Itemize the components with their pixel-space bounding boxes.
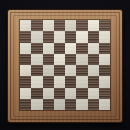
- square-d4[interactable]: [54, 65, 65, 76]
- square-f7[interactable]: [76, 31, 87, 42]
- square-b6[interactable]: [31, 43, 42, 54]
- square-c7[interactable]: [43, 31, 54, 42]
- chess-board: [8, 10, 122, 122]
- square-a8[interactable]: [20, 20, 31, 31]
- square-f2[interactable]: [76, 88, 87, 99]
- square-b5[interactable]: [31, 54, 42, 65]
- square-c8[interactable]: [43, 20, 54, 31]
- square-e4[interactable]: [65, 65, 76, 76]
- square-d7[interactable]: [54, 31, 65, 42]
- square-h5[interactable]: [99, 54, 110, 65]
- square-d6[interactable]: [54, 43, 65, 54]
- square-a2[interactable]: [20, 88, 31, 99]
- square-e7[interactable]: [65, 31, 76, 42]
- square-g6[interactable]: [88, 43, 99, 54]
- square-g3[interactable]: [88, 76, 99, 87]
- square-a6[interactable]: [20, 43, 31, 54]
- square-c2[interactable]: [43, 88, 54, 99]
- square-d1[interactable]: [54, 99, 65, 110]
- square-a1[interactable]: [20, 99, 31, 110]
- square-f1[interactable]: [76, 99, 87, 110]
- square-a3[interactable]: [20, 76, 31, 87]
- square-g8[interactable]: [88, 20, 99, 31]
- square-e8[interactable]: [65, 20, 76, 31]
- square-b1[interactable]: [31, 99, 42, 110]
- square-b7[interactable]: [31, 31, 42, 42]
- board-grid: [20, 20, 110, 110]
- square-f5[interactable]: [76, 54, 87, 65]
- square-d2[interactable]: [54, 88, 65, 99]
- square-c5[interactable]: [43, 54, 54, 65]
- square-a4[interactable]: [20, 65, 31, 76]
- square-g2[interactable]: [88, 88, 99, 99]
- square-d5[interactable]: [54, 54, 65, 65]
- square-b8[interactable]: [31, 20, 42, 31]
- square-e2[interactable]: [65, 88, 76, 99]
- square-b3[interactable]: [31, 76, 42, 87]
- photo-background: [0, 0, 130, 130]
- square-h6[interactable]: [99, 43, 110, 54]
- square-h1[interactable]: [99, 99, 110, 110]
- square-h8[interactable]: [99, 20, 110, 31]
- square-f4[interactable]: [76, 65, 87, 76]
- square-h7[interactable]: [99, 31, 110, 42]
- square-e5[interactable]: [65, 54, 76, 65]
- square-d8[interactable]: [54, 20, 65, 31]
- square-g5[interactable]: [88, 54, 99, 65]
- square-b4[interactable]: [31, 65, 42, 76]
- square-e1[interactable]: [65, 99, 76, 110]
- square-a5[interactable]: [20, 54, 31, 65]
- square-g1[interactable]: [88, 99, 99, 110]
- square-e6[interactable]: [65, 43, 76, 54]
- square-c4[interactable]: [43, 65, 54, 76]
- square-b2[interactable]: [31, 88, 42, 99]
- square-e3[interactable]: [65, 76, 76, 87]
- square-c6[interactable]: [43, 43, 54, 54]
- square-g4[interactable]: [88, 65, 99, 76]
- square-a7[interactable]: [20, 31, 31, 42]
- square-d3[interactable]: [54, 76, 65, 87]
- square-f3[interactable]: [76, 76, 87, 87]
- square-h2[interactable]: [99, 88, 110, 99]
- square-h4[interactable]: [99, 65, 110, 76]
- square-h3[interactable]: [99, 76, 110, 87]
- square-c3[interactable]: [43, 76, 54, 87]
- square-g7[interactable]: [88, 31, 99, 42]
- square-f6[interactable]: [76, 43, 87, 54]
- square-c1[interactable]: [43, 99, 54, 110]
- square-f8[interactable]: [76, 20, 87, 31]
